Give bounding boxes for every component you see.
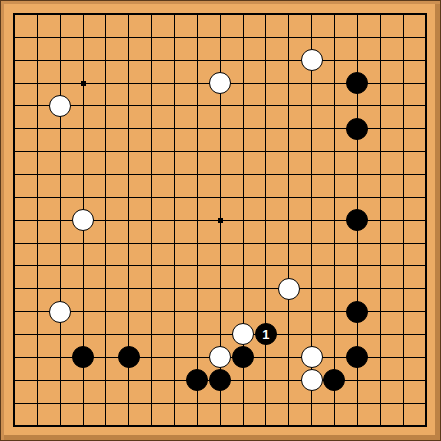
- white-stone: [278, 278, 300, 300]
- black-stone: [346, 301, 368, 323]
- black-stone-move-1: 1: [255, 323, 277, 345]
- star-point-cell: [72, 72, 95, 95]
- star-point: [218, 218, 223, 223]
- white-stone-cell: [300, 49, 323, 72]
- white-stone-cell: [49, 300, 72, 323]
- white-stone: [209, 346, 231, 368]
- black-stone-cell: [209, 369, 232, 392]
- black-stone-cell: [346, 72, 369, 95]
- white-stone-cell: [277, 277, 300, 300]
- black-stone: [323, 369, 345, 391]
- black-stone-cell: [346, 346, 369, 369]
- star-point-cell: [209, 209, 232, 232]
- black-stone: [232, 346, 254, 368]
- white-stone: [232, 323, 254, 345]
- white-stone-cell: [300, 369, 323, 392]
- black-stone: [72, 346, 94, 368]
- white-stone-cell: [49, 94, 72, 117]
- black-stone-cell: [232, 346, 255, 369]
- white-stone: [209, 72, 231, 94]
- white-stone-cell: [232, 323, 255, 346]
- black-stone: [186, 369, 208, 391]
- white-stone-cell: [209, 72, 232, 95]
- black-stone: [346, 72, 368, 94]
- white-stone: [301, 49, 323, 71]
- black-stone: [346, 118, 368, 140]
- stones-layer: 1: [3, 3, 437, 437]
- go-board: 1: [0, 0, 441, 441]
- black-stone: [209, 369, 231, 391]
- black-stone: [346, 209, 368, 231]
- white-stone-cell: [72, 209, 95, 232]
- black-stone-cell: [117, 346, 140, 369]
- black-stone-cell: [346, 300, 369, 323]
- black-stone-cell: [346, 117, 369, 140]
- move-1-cell: 1: [254, 323, 277, 346]
- star-point: [81, 81, 86, 86]
- white-stone: [301, 369, 323, 391]
- move-number-label: 1: [262, 328, 269, 341]
- black-stone: [118, 346, 140, 368]
- black-stone-cell: [72, 346, 95, 369]
- white-stone: [301, 346, 323, 368]
- white-stone: [49, 95, 71, 117]
- white-stone-cell: [300, 346, 323, 369]
- black-stone-cell: [346, 209, 369, 232]
- black-stone: [346, 346, 368, 368]
- black-stone-cell: [186, 369, 209, 392]
- white-stone: [49, 301, 71, 323]
- white-stone-cell: [209, 346, 232, 369]
- black-stone-cell: [323, 369, 346, 392]
- white-stone: [72, 209, 94, 231]
